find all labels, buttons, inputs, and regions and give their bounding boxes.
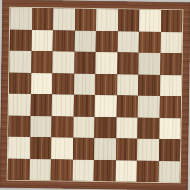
square-g6[interactable] [138,53,160,75]
square-g4[interactable] [138,96,160,118]
square-b2[interactable] [29,137,51,159]
square-c3[interactable] [51,116,73,138]
square-a3[interactable] [8,115,30,137]
square-a6[interactable] [9,51,31,73]
square-d3[interactable] [73,116,95,138]
square-e1[interactable] [94,159,116,181]
square-b8[interactable] [32,8,54,30]
square-b3[interactable] [30,115,52,137]
square-c5[interactable] [52,73,74,95]
square-c1[interactable] [51,159,73,181]
square-c7[interactable] [53,30,75,52]
square-e7[interactable] [96,31,118,53]
chess-board [7,7,184,184]
square-a5[interactable] [9,72,31,94]
square-g5[interactable] [138,74,160,96]
square-a2[interactable] [8,137,30,159]
chess-board-frame [0,0,190,190]
square-e2[interactable] [94,138,116,160]
square-c4[interactable] [52,94,74,116]
square-b6[interactable] [31,51,53,73]
square-a7[interactable] [10,29,32,51]
square-e4[interactable] [95,95,117,117]
square-e3[interactable] [94,116,116,138]
square-h7[interactable] [160,32,182,54]
square-g3[interactable] [137,117,159,139]
square-a4[interactable] [9,94,31,116]
square-g7[interactable] [139,31,161,53]
square-e5[interactable] [95,74,117,96]
square-h1[interactable] [158,161,180,183]
square-d7[interactable] [74,30,96,52]
square-f3[interactable] [116,117,138,139]
square-f7[interactable] [117,31,139,53]
square-d2[interactable] [72,138,94,160]
square-b7[interactable] [31,29,53,51]
square-e8[interactable] [96,9,118,31]
photo-background [0,0,190,190]
square-h3[interactable] [159,118,181,140]
square-b1[interactable] [29,158,51,180]
square-d8[interactable] [75,9,97,31]
square-f5[interactable] [116,74,138,96]
square-d1[interactable] [72,159,94,181]
square-h6[interactable] [160,53,182,75]
square-a8[interactable] [10,8,32,30]
square-c6[interactable] [52,51,74,73]
square-g8[interactable] [139,10,161,32]
square-g1[interactable] [137,160,159,182]
square-a1[interactable] [8,158,30,180]
square-d6[interactable] [74,52,96,74]
square-f4[interactable] [116,95,138,117]
square-f1[interactable] [115,160,137,182]
square-b5[interactable] [31,72,53,94]
square-g2[interactable] [137,139,159,161]
square-c2[interactable] [51,137,73,159]
square-e6[interactable] [95,52,117,74]
square-f8[interactable] [118,9,140,31]
square-h4[interactable] [159,96,181,118]
square-f6[interactable] [117,52,139,74]
square-c8[interactable] [53,8,75,30]
square-h2[interactable] [158,139,180,161]
square-h8[interactable] [161,10,183,32]
square-d4[interactable] [73,95,95,117]
square-h5[interactable] [159,75,181,97]
square-b4[interactable] [30,94,52,116]
square-f2[interactable] [115,138,137,160]
square-d5[interactable] [74,73,96,95]
